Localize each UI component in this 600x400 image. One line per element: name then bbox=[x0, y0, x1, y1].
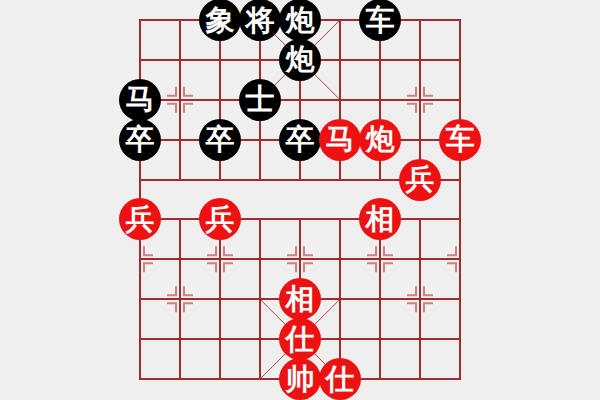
piece-red-cannon[interactable]: 炮 bbox=[359, 119, 401, 161]
piece-red-soldier[interactable]: 兵 bbox=[119, 198, 161, 240]
piece-black-cannon[interactable]: 炮 bbox=[279, 0, 321, 41]
piece-red-advisor[interactable]: 仕 bbox=[319, 358, 361, 400]
piece-black-soldier[interactable]: 卒 bbox=[119, 119, 161, 161]
piece-black-chariot[interactable]: 车 bbox=[359, 0, 401, 41]
pieces-layer: 象将炮车炮马士卒卒卒马炮车兵兵兵相相仕帅仕 bbox=[0, 0, 600, 400]
piece-red-horse[interactable]: 马 bbox=[319, 119, 361, 161]
piece-black-general[interactable]: 将 bbox=[239, 0, 281, 41]
piece-black-horse[interactable]: 马 bbox=[119, 79, 161, 121]
piece-red-soldier[interactable]: 兵 bbox=[199, 198, 241, 240]
piece-red-soldier[interactable]: 兵 bbox=[399, 159, 441, 201]
piece-black-cannon[interactable]: 炮 bbox=[279, 39, 321, 81]
piece-red-elephant[interactable]: 相 bbox=[359, 198, 401, 240]
piece-red-general[interactable]: 帅 bbox=[279, 358, 321, 400]
piece-red-advisor[interactable]: 仕 bbox=[279, 318, 321, 360]
piece-red-chariot[interactable]: 车 bbox=[439, 119, 481, 161]
xiangqi-board: 象将炮车炮马士卒卒卒马炮车兵兵兵相相仕帅仕 bbox=[0, 0, 600, 400]
piece-black-soldier[interactable]: 卒 bbox=[279, 119, 321, 161]
piece-black-advisor[interactable]: 士 bbox=[239, 79, 281, 121]
piece-red-elephant[interactable]: 相 bbox=[279, 278, 321, 320]
piece-black-elephant[interactable]: 象 bbox=[199, 0, 241, 41]
piece-black-soldier[interactable]: 卒 bbox=[199, 119, 241, 161]
